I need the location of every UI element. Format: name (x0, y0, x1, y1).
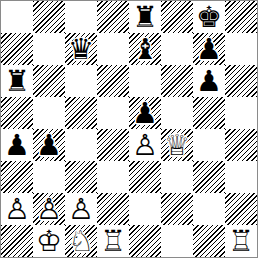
square-f4[interactable]: ♛♕ (161, 129, 193, 161)
square-h7[interactable] (225, 33, 257, 65)
square-d3[interactable] (97, 161, 129, 193)
square-g4[interactable] (193, 129, 225, 161)
square-e2[interactable] (129, 193, 161, 225)
black-pawn: ♟ (129, 97, 161, 129)
square-f8[interactable] (161, 1, 193, 33)
black-rook-halo: ♜ (129, 1, 161, 33)
black-pawn-halo: ♟ (33, 129, 65, 161)
black-pawn: ♟ (33, 129, 65, 161)
white-pawn-halo: ♟ (33, 193, 65, 225)
square-c3[interactable] (65, 161, 97, 193)
square-h4[interactable] (225, 129, 257, 161)
white-queen: ♕ (161, 129, 193, 161)
square-f1[interactable] (161, 225, 193, 257)
square-a4[interactable]: ♟♟ (1, 129, 33, 161)
white-pawn-halo: ♟ (129, 129, 161, 161)
white-rook-halo: ♜ (97, 225, 129, 257)
square-d1[interactable]: ♜♖ (97, 225, 129, 257)
black-rook-halo: ♜ (1, 65, 33, 97)
square-g6[interactable]: ♟♟ (193, 65, 225, 97)
square-g3[interactable] (193, 161, 225, 193)
square-h8[interactable] (225, 1, 257, 33)
square-b4[interactable]: ♟♟ (33, 129, 65, 161)
square-g1[interactable] (193, 225, 225, 257)
square-c2[interactable]: ♟♙ (65, 193, 97, 225)
white-pawn-halo: ♟ (65, 193, 97, 225)
square-c1[interactable]: ♞♘ (65, 225, 97, 257)
square-a8[interactable] (1, 1, 33, 33)
square-b3[interactable] (33, 161, 65, 193)
square-b5[interactable] (33, 97, 65, 129)
white-king: ♔ (33, 225, 65, 257)
black-pawn: ♟ (193, 65, 225, 97)
black-bishop-halo: ♝ (129, 33, 161, 65)
square-a6[interactable]: ♜♜ (1, 65, 33, 97)
square-g5[interactable] (193, 97, 225, 129)
black-pawn: ♟ (193, 33, 225, 65)
black-pawn-halo: ♟ (193, 65, 225, 97)
white-queen-halo: ♛ (161, 129, 193, 161)
black-pawn-halo: ♟ (129, 97, 161, 129)
square-f6[interactable] (161, 65, 193, 97)
square-g8[interactable]: ♚♚ (193, 1, 225, 33)
square-f3[interactable] (161, 161, 193, 193)
black-queen-halo: ♛ (65, 33, 97, 65)
black-pawn: ♟ (1, 129, 33, 161)
square-d4[interactable] (97, 129, 129, 161)
square-h6[interactable] (225, 65, 257, 97)
square-d7[interactable] (97, 33, 129, 65)
square-h3[interactable] (225, 161, 257, 193)
square-g2[interactable] (193, 193, 225, 225)
square-f7[interactable] (161, 33, 193, 65)
white-king-halo: ♚ (33, 225, 65, 257)
white-rook: ♖ (225, 225, 257, 257)
square-a7[interactable] (1, 33, 33, 65)
square-e4[interactable]: ♟♙ (129, 129, 161, 161)
square-e1[interactable] (129, 225, 161, 257)
square-c6[interactable] (65, 65, 97, 97)
black-rook: ♜ (1, 65, 33, 97)
black-pawn-halo: ♟ (193, 33, 225, 65)
chess-board: ♜♜♚♚♛♛♝♝♟♟♜♜♟♟♟♟♟♟♟♟♟♙♛♕♟♙♟♙♟♙♚♔♞♘♜♖♜♖ (0, 0, 258, 258)
white-pawn: ♙ (129, 129, 161, 161)
black-queen: ♛ (65, 33, 97, 65)
square-a5[interactable] (1, 97, 33, 129)
square-g7[interactable]: ♟♟ (193, 33, 225, 65)
square-e8[interactable]: ♜♜ (129, 1, 161, 33)
black-king: ♚ (193, 1, 225, 33)
square-f5[interactable] (161, 97, 193, 129)
white-pawn: ♙ (33, 193, 65, 225)
black-king-halo: ♚ (193, 1, 225, 33)
square-a1[interactable] (1, 225, 33, 257)
black-pawn-halo: ♟ (1, 129, 33, 161)
square-e7[interactable]: ♝♝ (129, 33, 161, 65)
square-f2[interactable] (161, 193, 193, 225)
white-pawn-halo: ♟ (1, 193, 33, 225)
square-c5[interactable] (65, 97, 97, 129)
white-knight: ♘ (65, 225, 97, 257)
square-a3[interactable] (1, 161, 33, 193)
square-e3[interactable] (129, 161, 161, 193)
square-b1[interactable]: ♚♔ (33, 225, 65, 257)
black-bishop: ♝ (129, 33, 161, 65)
square-h5[interactable] (225, 97, 257, 129)
square-e6[interactable] (129, 65, 161, 97)
white-rook-halo: ♜ (225, 225, 257, 257)
white-pawn: ♙ (1, 193, 33, 225)
black-rook: ♜ (129, 1, 161, 33)
square-d8[interactable] (97, 1, 129, 33)
square-d2[interactable] (97, 193, 129, 225)
square-b6[interactable] (33, 65, 65, 97)
square-b7[interactable] (33, 33, 65, 65)
square-b2[interactable]: ♟♙ (33, 193, 65, 225)
square-d6[interactable] (97, 65, 129, 97)
square-c7[interactable]: ♛♛ (65, 33, 97, 65)
white-knight-halo: ♞ (65, 225, 97, 257)
square-d5[interactable] (97, 97, 129, 129)
square-e5[interactable]: ♟♟ (129, 97, 161, 129)
square-a2[interactable]: ♟♙ (1, 193, 33, 225)
square-c8[interactable] (65, 1, 97, 33)
white-rook: ♖ (97, 225, 129, 257)
square-h1[interactable]: ♜♖ (225, 225, 257, 257)
square-c4[interactable] (65, 129, 97, 161)
square-h2[interactable] (225, 193, 257, 225)
white-pawn: ♙ (65, 193, 97, 225)
square-b8[interactable] (33, 1, 65, 33)
